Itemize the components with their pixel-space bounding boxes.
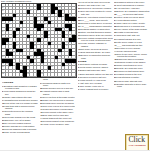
clue-item: 65 Sticky pod that thickens a gumbo [78,31,113,33]
clue-number: 39 [40,102,43,104]
cell-number: 98 [34,56,35,57]
cell-number: 38 [9,21,10,22]
clue-item: 66 Marbled choice at the deli counter [78,34,113,36]
cell-number: 125 [2,73,4,74]
clue-number: 52 [114,67,117,69]
cell-number: 5 [16,3,17,4]
cell-number: 14 [55,3,56,4]
clue-number: 61 [78,25,81,27]
clue-column-3: 47 Far out on the wide-open ocean51 Chil… [78,1,113,149]
cell-number: 127 [41,73,43,74]
cell-number: 119 [62,66,64,67]
cell-number: 1 [2,3,3,4]
clue-number: 46 [40,123,43,125]
cell-number: 74 [34,42,35,43]
cell-number: 83 [48,45,49,46]
cell-number: 9 [30,3,31,4]
clue-number: 62 [114,80,117,82]
clue-number: 17 [2,110,5,112]
cell-number: 33 [13,17,14,18]
clue-number: 3 [78,69,80,71]
cell-number: 15 [59,3,60,4]
clue-item: 34 Corkscrew-shaped pasta on a menu [40,82,75,87]
clue-number: 30 [2,128,5,130]
clue-item: 30 Mild old-fashioned oath of surprise [2,128,38,130]
cell-number: 47 [48,24,49,25]
cell-number: 110 [30,63,32,64]
clue-number: 53 [78,7,81,9]
clue-number: 40 [114,44,117,46]
cell-number: 71 [44,38,45,39]
clue-item: 5 Long-legged wading bird along the Nile [2,90,38,95]
cell-number: 96 [2,56,3,57]
cell-number: 117 [27,66,29,67]
cell-number: 36 [59,17,60,18]
cell-number: 29 [16,14,17,15]
clue-number: 2 [78,66,80,68]
clue-number: 13 [114,10,117,12]
clue-number: 21 [114,16,117,18]
cell-number: 42 [51,21,52,22]
cell-number: 27 [62,10,63,11]
cell-number: 19 [73,3,74,4]
cell-number: 31 [51,14,52,15]
cell-number: 124 [48,69,50,70]
clue-number: 9 [78,88,80,90]
clue-item: 54 Epic war poem credited to Homer, with… [78,10,113,15]
clue-number: 65 [78,31,81,33]
clue-number: 37 [114,37,117,39]
clue-number: 50 [114,64,117,66]
clue-number: 59 [114,76,117,78]
cell-number: 60 [59,31,60,32]
cell-number: 76 [51,42,52,43]
cell-number: 81 [16,45,17,46]
cell-number: 116 [9,66,11,67]
clue-number: 35 [40,87,43,89]
cell-number: 97 [30,56,31,57]
clue-item: 17 Droplets found on the morning grass [2,110,38,115]
clue-number: 16 [2,105,5,107]
clue-number: 37 [40,96,43,98]
down-clues-part1: 1 Spot where portions run small2 Poet's … [78,63,113,90]
cell-number: 56 [16,31,17,32]
cell-number: 61 [66,31,67,32]
clue-item: 75 Beehive of commotion and busy noise [78,54,113,59]
cell-number: 49 [20,28,21,29]
cell-number: 7 [23,3,24,4]
clue-number: 41 [40,108,43,110]
cell-number: 30 [27,14,28,15]
clue-item: 33 Zesty dip for a basket of tortilla ch… [40,76,75,81]
clue-number: 33 [40,76,43,78]
clue-column-2: 33 Zesty dip for a basket of tortilla ch… [40,76,75,150]
cell-number: 120 [2,69,4,70]
cell-number: 99 [37,56,38,57]
clue-item: 46 Drop to one knee, maybe, before poppi… [114,53,149,58]
cell-number: 12 [44,3,45,4]
clue-number: 19 [2,116,5,118]
across-clues-part2: 33 Zesty dip for a basket of tortilla ch… [40,76,75,125]
clue-number: 75 [78,54,81,56]
clue-number: 48 [114,58,117,60]
cell-number: 112 [66,63,68,64]
clue-number: 30 [114,28,117,30]
cell-number: 86 [13,49,14,50]
clue-number: 58 [78,19,81,21]
clue-item: 4 Black-and-white pattern like this one [78,72,113,74]
cell-number: 26 [55,10,56,11]
clue-number: 23 [2,122,5,124]
clue-item: 16 Iowa town with a famous college campu… [2,105,38,110]
clue-number: 26 [2,125,5,127]
clue-item: 42 Prized product of the Napa Valley [40,111,75,113]
cell-number: 50 [34,28,35,29]
clue-number: 39 [114,41,117,43]
cell-number: 100 [44,56,46,57]
cell-number: 57 [37,31,38,32]
cell-number: 78 [69,42,70,43]
answers-link-label[interactable]: Click [126,136,149,144]
clue-number: 34 [114,34,117,36]
cell-number: 113 [69,63,71,64]
cell-number: 72 [6,42,7,43]
cell-number: 91 [13,52,14,53]
clue-item: 26 Make amends for a past mistake [2,125,38,127]
cell-number: 103 [27,59,29,60]
cell-number: 39 [23,21,24,22]
cell-number: 2 [6,3,7,4]
clue-item: 44 Chips tossed into the poker pot [40,117,75,119]
clue-number: 1 [78,63,80,65]
cell-number: 52 [62,28,63,29]
clue-item: 46 Handy recipe measure: abbr. [40,123,75,125]
clue-item: 71 Pecan, almond, pistachio or cashew [78,42,113,47]
cell-number: 13 [48,3,49,4]
cell-number: 122 [27,69,29,70]
clue-number: 32 [114,31,117,33]
cell-number: 89 [41,49,42,50]
cell-number: 118 [51,66,53,67]
clue-number: 67 [114,83,117,85]
clue-number: 1 [2,85,4,87]
cell-number: 80 [2,45,3,46]
cell-number: 82 [34,45,35,46]
clue-column-1: ACROSS 1 Beanstalk plant bought for a ha… [2,80,38,151]
cell-number: 87 [23,49,24,50]
clue-number: 34 [40,82,43,84]
cell-number: 63 [2,35,3,36]
cell-number: 51 [41,28,42,29]
clue-number: 44 [114,50,117,52]
clue-item: 9 Warm, fragrant spot in a bakery [78,88,113,90]
clue-number: 74 [78,51,81,53]
cell-number: 66 [48,35,49,36]
clue-number: 21 [2,119,5,121]
cell-number: 25 [37,10,38,11]
cell-number: 102 [13,59,15,60]
cell-number: 108 [6,63,8,64]
cell-number: 70 [41,38,42,39]
cell-number: 11 [41,3,42,4]
cell-number: 92 [16,52,17,53]
cell-number: 55 [6,31,7,32]
clue-number: 24 [114,19,117,21]
clue-number: 71 [78,42,81,44]
clue-column-4: 10 Classified notices in the paper11 Qui… [114,1,150,133]
cell-number: 46 [44,24,45,25]
cell-number: 48 [9,28,10,29]
cell-number: 69 [27,38,28,39]
clue-number: 38 [40,99,43,101]
clue-item: 69 Louvre portrait renowned the world ov… [78,37,113,42]
clue-number: 44 [40,117,43,119]
cell-number: 62 [69,31,70,32]
cell-number: 64 [16,35,17,36]
clue-number: 7 [78,82,80,84]
clue-number: 47 [78,1,81,3]
clue-number: 10 [114,1,117,3]
clue-number: 51 [78,4,81,6]
cell-number: 106 [55,59,57,60]
clue-item: 67 Breathe hard after a steep uphill cli… [114,83,149,88]
clue-number: 60 [78,22,81,24]
cell-number: 24 [30,10,31,11]
cell-number: 35 [48,17,49,18]
cell-number: 58 [48,31,49,32]
across-clues-part3: 47 Far out on the wide-open ocean51 Chil… [78,1,113,59]
cell-number: 114 [73,63,75,64]
clue-number: 42 [40,111,43,113]
cell-number: 73 [16,42,17,43]
down-header: DOWN [78,60,113,63]
answers-link-box[interactable]: Click FOR ANSWERS [125,134,150,151]
cell-number: 3 [9,3,10,4]
cell-number: 67 [66,35,67,36]
cell-number: 115 [2,66,4,67]
cell-number: 17 [66,3,67,4]
clue-item: 32 Thin, flexible fencing sword [2,131,38,133]
down-clues-part2: 10 Classified notices in the paper11 Qui… [114,1,149,88]
clue-number: 28 [114,25,117,27]
cell-number: 28 [2,14,3,15]
cell-number: 4 [13,3,14,4]
cell-number: 77 [66,42,67,43]
cell-number: 109 [20,63,22,64]
clue-number: 8 [78,85,80,87]
clue-item: 36 Highest-ranking card in most games [40,90,75,95]
cell-number: 8 [27,3,28,4]
clue-item: 14 Showstopping operatic solo number [2,99,38,101]
across-clues-part1: 1 Beanstalk plant bought for a handful o… [2,85,38,134]
cell-number: 104 [34,59,36,60]
cell-number: 40 [37,21,38,22]
cell-number: 44 [9,24,10,25]
clue-number: 63 [78,28,81,30]
cell-number: 53 [66,28,67,29]
cell-number: 105 [44,59,46,60]
clue-number: 57 [114,73,117,75]
cell-number: 123 [41,69,43,70]
cell-number: 84 [66,45,67,46]
cell-number: 93 [20,52,21,53]
clue-number: 69 [78,37,81,39]
clue-number: 46 [114,53,117,55]
cell-number: 10 [34,3,35,4]
cell-number: 88 [30,49,31,50]
clue-number: 15 [2,102,5,104]
clue-number: 6 [78,79,80,81]
clue-number: 5 [2,90,4,92]
clue-number: 11 [114,4,117,6]
cell-number: 101 [59,56,61,57]
clue-number: 66 [78,34,81,36]
cell-number: 94 [44,52,45,53]
clue-item: 1 Beanstalk plant bought for a handful o… [2,85,38,90]
cell-number: 16 [62,3,63,4]
clue-number: 10 [2,96,5,98]
cell-number: 22 [59,7,60,8]
clue-number: 56 [78,16,81,18]
cell-number: 95 [59,52,60,53]
clue-item: 63 Soothing additive in hand lotion [78,28,113,30]
clue-number: 5 [78,76,80,78]
clue-number: 14 [2,99,5,101]
clue-number: 27 [114,22,117,24]
clue-number: 43 [40,114,43,116]
answers-link-sublabel-wrap: FOR ANSWERS [126,144,149,148]
cell-number: 43 [73,21,74,22]
across-header: ACROSS [2,81,38,84]
cell-number: 18 [69,3,70,4]
cell-number: 41 [44,21,45,22]
cell-number: 6 [20,3,21,4]
clue-number: 54 [78,10,81,12]
cell-number: 75 [37,42,38,43]
cell-number: 23 [2,10,3,11]
clue-number: 73 [78,48,81,50]
cell-number: 20 [2,7,3,8]
cell-number: 107 [2,63,4,64]
cell-number: 68 [9,38,10,39]
crossword-grid: 1234567891011121314151617181920212223242… [1,3,77,78]
cell-number: 85 [9,49,10,50]
cell-number: 90 [62,49,63,50]
cell-number: 54 [2,31,3,32]
cell-number: 34 [37,17,38,18]
cell-number: 79 [73,42,74,43]
clue-number: 12 [114,7,117,9]
clue-number: 4 [78,72,80,74]
cell-number: 21 [41,7,42,8]
answers-link-sublabel[interactable]: FOR ANSWERS [126,144,148,146]
cell-number: 32 [69,14,70,15]
cell-number: 59 [55,31,56,32]
clue-number: 18 [114,13,117,15]
clue-number: 40 [40,105,43,107]
clue-number: 36 [40,90,43,92]
cell-number: 111 [41,63,43,64]
cell-number: 121 [16,69,18,70]
clue-item: 13 Extend, as a magazine subscription [114,10,149,12]
crossword-page: Daily Printable Crossword Puzzle 1234567… [0,0,150,150]
clue-number: 32 [2,131,5,133]
clue-number: 49 [114,61,117,63]
clue-number: 45 [40,120,43,122]
cell-number: 126 [27,73,29,74]
cell-number: 37 [2,21,3,22]
clue-number: 42 [114,47,117,49]
cell-number: 65 [30,35,31,36]
cell-number: 45 [20,24,21,25]
clue-number: 55 [114,70,117,72]
